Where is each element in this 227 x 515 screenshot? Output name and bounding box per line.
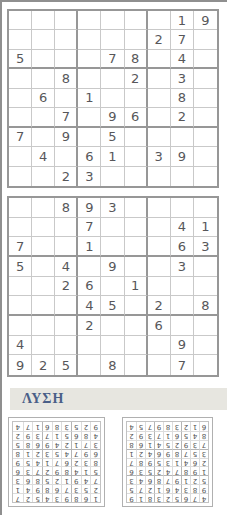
cell-r8c8: 9 [136, 431, 145, 440]
cell-r3c3 [55, 50, 78, 69]
cell-r6c6: 6 [125, 108, 148, 127]
cell-r4c3: 4 [71, 466, 81, 475]
cell-r8c5: 1 [101, 147, 124, 166]
cell-r8c2: 4 [190, 431, 199, 440]
cell-r3c1: 5 [199, 475, 208, 484]
cell-r8c4: 6 [78, 147, 101, 166]
cell-r9c7: 1 [32, 422, 42, 431]
cell-r8c7 [148, 336, 171, 356]
cell-r1c1: 4 [199, 493, 208, 502]
cell-r2c4 [78, 30, 101, 49]
cell-r9c2: 2 [32, 355, 55, 375]
cell-r8c3 [55, 336, 78, 356]
cell-r2c6: 1 [154, 484, 163, 493]
cell-r4c4 [78, 69, 101, 88]
cell-r7c3 [55, 316, 78, 336]
cell-r5c7: 4 [32, 458, 42, 467]
cell-r5c8: 8 [136, 458, 145, 467]
cell-r7c8 [171, 128, 194, 147]
cell-r9c2 [32, 167, 55, 186]
cell-r6c5: 9 [101, 108, 124, 127]
cell-r7c5 [101, 316, 124, 336]
cell-r4c7: 7 [32, 466, 42, 475]
cell-r7c4: 2 [61, 440, 71, 449]
cell-r2c9 [194, 30, 217, 49]
cell-r9c3: 2 [55, 167, 78, 186]
cell-r7c9 [194, 128, 217, 147]
cell-r2c2 [32, 218, 55, 238]
cell-r7c3: 1 [71, 440, 81, 449]
cell-r5c1 [9, 277, 32, 297]
cell-r7c5: 5 [101, 128, 124, 147]
cell-r5c8: 8 [171, 89, 194, 108]
cell-r8c1: 8 [199, 431, 208, 440]
cell-r6c4: 4 [61, 449, 71, 458]
cell-r5c2: 6 [32, 89, 55, 108]
cell-r2c1: 9 [199, 484, 208, 493]
cell-r2c4: 4 [172, 484, 181, 493]
solution-grid-top-puzzle: 4765238199834612755219786431987425362641… [122, 417, 213, 507]
cell-r5c1: 2 [199, 458, 208, 467]
cell-r7c2 [32, 128, 55, 147]
cell-r8c6 [125, 147, 148, 166]
cell-r1c1 [9, 198, 32, 218]
cell-r9c8 [171, 167, 194, 186]
cell-r1c5: 2 [163, 493, 172, 502]
cell-r7c6: 4 [154, 440, 163, 449]
cell-r4c2 [32, 257, 55, 277]
cell-r2c9: 5 [127, 484, 136, 493]
cell-r1c4: 5 [172, 493, 181, 502]
cell-r9c5 [101, 167, 124, 186]
cell-r7c8: 6 [136, 440, 145, 449]
cell-r7c1: 3 [90, 440, 100, 449]
solutions-title: ΛΥΣΗ [22, 391, 64, 407]
cell-r4c8: 3 [136, 466, 145, 475]
cell-r8c8: 9 [171, 336, 194, 356]
cell-r6c4 [78, 108, 101, 127]
cell-r9c5: 8 [52, 422, 62, 431]
cell-r1c9 [194, 198, 217, 218]
cell-r6c7 [148, 108, 171, 127]
cell-r9c8: 7 [171, 355, 194, 375]
cell-r4c1: 1 [199, 466, 208, 475]
cell-r5c6: 1 [42, 458, 52, 467]
cell-r4c6: 2 [154, 466, 163, 475]
cell-r9c4 [78, 355, 101, 375]
cell-r7c5: 5 [163, 440, 172, 449]
cell-r2c8: 4 [171, 218, 194, 238]
cell-r2c2: 8 [190, 484, 199, 493]
cell-r9c9 [194, 167, 217, 186]
cell-r3c1: 7 [90, 475, 100, 484]
cell-r4c5: 4 [163, 466, 172, 475]
cell-r2c4: 7 [78, 218, 101, 238]
cell-r5c5: 3 [163, 458, 172, 467]
cell-r7c9: 5 [13, 440, 23, 449]
cell-r3c1: 5 [9, 50, 32, 69]
cell-r1c7: 5 [32, 493, 42, 502]
cell-r1c2 [32, 11, 55, 30]
cell-r4c9: 6 [127, 466, 136, 475]
cell-r3c7 [148, 237, 171, 257]
cell-r2c3 [55, 30, 78, 49]
cell-r8c8: 9 [171, 147, 194, 166]
cell-r1c6: 3 [154, 493, 163, 502]
cell-r2c1 [9, 30, 32, 49]
cell-r9c8: 7 [23, 422, 33, 431]
cell-r3c5: 2 [52, 475, 62, 484]
cell-r3c6: 8 [154, 475, 163, 484]
cell-r3c6: 8 [125, 50, 148, 69]
cell-r8c4: 6 [172, 431, 181, 440]
cell-r5c9 [194, 89, 217, 108]
cell-r7c9: 8 [127, 440, 136, 449]
cell-r3c5: 7 [163, 475, 172, 484]
cell-r5c9 [194, 277, 217, 297]
cell-r3c5: 7 [101, 50, 124, 69]
cell-r5c8 [171, 277, 194, 297]
cell-r1c5: 3 [52, 493, 62, 502]
cell-r2c5 [101, 30, 124, 49]
cell-r5c7: 9 [145, 458, 154, 467]
cell-r3c9: 3 [13, 475, 23, 484]
cell-r7c6: 9 [42, 440, 52, 449]
cell-r7c4: 2 [172, 440, 181, 449]
cell-r8c6: 7 [154, 431, 163, 440]
cell-r1c4: 9 [61, 493, 71, 502]
cell-r2c3: 3 [181, 484, 190, 493]
cell-r6c6: 3 [42, 449, 52, 458]
cell-r9c6 [125, 167, 148, 186]
cell-r7c2 [32, 316, 55, 336]
cell-r1c2: 6 [81, 493, 91, 502]
cell-r1c1: 1 [90, 493, 100, 502]
cell-r9c3: 2 [181, 422, 190, 431]
cell-r9c9 [194, 355, 217, 375]
cell-r3c7: 6 [145, 475, 154, 484]
cell-r4c4 [78, 257, 101, 277]
cell-r8c1: 4 [90, 431, 100, 440]
cell-r4c9 [194, 257, 217, 277]
cell-r5c5 [101, 89, 124, 108]
cell-r6c7: 4 [145, 449, 154, 458]
cell-r4c7 [148, 257, 171, 277]
cell-r3c9: 3 [127, 475, 136, 484]
cell-r2c3 [55, 218, 78, 238]
cell-r8c2: 4 [32, 147, 55, 166]
cell-r3c4 [78, 50, 101, 69]
cell-r3c7 [148, 50, 171, 69]
cell-r4c4: 7 [172, 466, 181, 475]
cell-r5c4: 1 [172, 458, 181, 467]
cell-r3c8: 4 [136, 475, 145, 484]
cell-r8c5 [101, 336, 124, 356]
cell-r1c9: 9 [194, 11, 217, 30]
sudoku-puzzle-bottom: 893741716354932614528264992587 [7, 196, 219, 377]
cell-r5c6 [125, 89, 148, 108]
cell-r6c6 [125, 296, 148, 316]
cell-r8c3: 6 [71, 431, 81, 440]
cell-r1c2 [32, 198, 55, 218]
cell-r9c4: 3 [78, 167, 101, 186]
cell-r8c9: 2 [13, 431, 23, 440]
cell-r4c3: 8 [55, 69, 78, 88]
cell-r2c7: 2 [148, 30, 171, 49]
cell-r3c8: 6 [23, 475, 33, 484]
cell-r4c3: 4 [55, 257, 78, 277]
cell-r9c2: 2 [81, 422, 91, 431]
cell-r7c6 [125, 316, 148, 336]
cell-r1c1 [9, 11, 32, 30]
cell-r8c7: 3 [145, 431, 154, 440]
cell-r1c6 [125, 11, 148, 30]
cell-r1c8 [171, 198, 194, 218]
cell-r1c8: 1 [136, 493, 145, 502]
cell-r5c8: 5 [23, 458, 33, 467]
cell-r5c2 [32, 277, 55, 297]
cell-r4c8: 3 [171, 257, 194, 277]
cell-r2c9: 1 [194, 218, 217, 238]
cell-r8c1 [9, 147, 32, 166]
cell-r1c6 [125, 198, 148, 218]
cell-r5c7 [148, 89, 171, 108]
cell-r1c7 [148, 198, 171, 218]
cell-r9c4: 3 [61, 422, 71, 431]
cell-r2c4: 7 [61, 484, 71, 493]
cell-r2c8: 4 [23, 484, 33, 493]
cell-r8c3 [55, 147, 78, 166]
cell-r6c9: 8 [194, 296, 217, 316]
cell-r6c5: 5 [52, 449, 62, 458]
cell-r2c6 [125, 30, 148, 49]
sudoku-puzzle-top: 1927578482361879627954613923 [7, 9, 219, 188]
cell-r1c8: 1 [171, 11, 194, 30]
cell-r2c1 [9, 218, 32, 238]
cell-r6c8 [171, 296, 194, 316]
cell-r2c7: 2 [145, 484, 154, 493]
cell-r4c6: 2 [125, 69, 148, 88]
cell-r6c5: 9 [163, 449, 172, 458]
cell-r6c1: 3 [199, 449, 208, 458]
cell-r8c5: 1 [163, 431, 172, 440]
cell-r7c7: 6 [32, 440, 42, 449]
cell-r6c2 [32, 296, 55, 316]
cell-r2c2 [32, 30, 55, 49]
cell-r5c1: 8 [90, 458, 100, 467]
cell-r4c5: 9 [52, 466, 62, 475]
cell-r1c7: 8 [145, 493, 154, 502]
cell-r9c4: 3 [172, 422, 181, 431]
cell-r5c4: 1 [78, 89, 101, 108]
cell-r8c2: 8 [81, 431, 91, 440]
cell-r5c2: 3 [81, 458, 91, 467]
solutions-header-band: ΛΥΣΗ [10, 388, 227, 410]
cell-r8c9: 2 [127, 431, 136, 440]
cell-r9c3: 5 [55, 355, 78, 375]
cell-r1c3 [55, 11, 78, 30]
cell-r2c9: 1 [13, 484, 23, 493]
cell-r5c4: 6 [61, 458, 71, 467]
cell-r2c2: 5 [81, 484, 91, 493]
cell-r6c6: 6 [154, 449, 163, 458]
cell-r9c1: 6 [199, 422, 208, 431]
cell-r2c7: 9 [32, 484, 42, 493]
cell-r4c5: 9 [101, 257, 124, 277]
solution-grid-top-puzzle-cells: 4765238199834612755219786431987425362641… [126, 421, 209, 503]
cell-r9c1: 9 [90, 422, 100, 431]
cell-r5c9: 7 [127, 458, 136, 467]
cell-r9c6 [125, 355, 148, 375]
cell-r2c1: 2 [90, 484, 100, 493]
cell-r4c7 [148, 69, 171, 88]
cell-r5c7 [148, 277, 171, 297]
cell-r6c3: 7 [55, 108, 78, 127]
cell-r6c3: 7 [71, 449, 81, 458]
cell-r1c3: 8 [55, 198, 78, 218]
cell-r7c8 [171, 316, 194, 336]
cell-r6c4: 8 [172, 449, 181, 458]
cell-r7c9 [194, 316, 217, 336]
cell-r7c3: 9 [55, 128, 78, 147]
cell-r5c3 [55, 89, 78, 108]
cell-r7c8: 8 [23, 440, 33, 449]
cell-r6c3 [55, 296, 78, 316]
cell-r7c2: 7 [81, 440, 91, 449]
cell-r4c2: 1 [81, 466, 91, 475]
cell-r4c3: 8 [181, 466, 190, 475]
cell-r2c5: 6 [163, 484, 172, 493]
cell-r5c3: 2 [71, 458, 81, 467]
cell-r7c7: 6 [148, 316, 171, 336]
cell-r9c1: 9 [9, 355, 32, 375]
cell-r9c7 [148, 167, 171, 186]
cell-r3c5 [101, 237, 124, 257]
cell-r5c1 [9, 89, 32, 108]
cell-r1c9: 7 [13, 493, 23, 502]
cell-r4c4: 8 [61, 466, 71, 475]
cell-r4c2: 9 [190, 466, 199, 475]
cell-r3c9: 3 [194, 237, 217, 257]
cell-r3c2: 4 [81, 475, 91, 484]
cell-r5c5 [101, 277, 124, 297]
cell-r2c6 [125, 218, 148, 238]
cell-r6c2 [32, 108, 55, 127]
cell-r2c5: 6 [52, 484, 62, 493]
cell-r9c1 [9, 167, 32, 186]
cell-r3c6: 5 [42, 475, 52, 484]
cell-r6c1: 6 [90, 449, 100, 458]
cell-r7c1: 7 [9, 128, 32, 147]
cell-r1c5: 3 [101, 198, 124, 218]
cell-r3c3: 9 [71, 475, 81, 484]
cell-r4c8: 3 [23, 466, 33, 475]
cell-r4c1: 5 [90, 466, 100, 475]
cell-r3c2 [32, 50, 55, 69]
cell-r9c2: 1 [190, 422, 199, 431]
cell-r4c1: 5 [9, 257, 32, 277]
cell-r9c6: 6 [42, 422, 52, 431]
cell-r6c7: 2 [148, 296, 171, 316]
cell-r7c1: 7 [199, 440, 208, 449]
cell-r9c5: 8 [101, 355, 124, 375]
cell-r8c1: 4 [9, 336, 32, 356]
cell-r4c5 [101, 69, 124, 88]
cell-r4c6: 2 [42, 466, 52, 475]
cell-r6c1 [9, 108, 32, 127]
cell-r7c1 [9, 316, 32, 336]
cell-r1c3: 8 [71, 493, 81, 502]
cell-r5c9: 9 [13, 458, 23, 467]
cell-r6c2: 9 [81, 449, 91, 458]
cell-r6c3: 7 [181, 449, 190, 458]
cell-r5c3: 4 [181, 458, 190, 467]
cell-r6c8: 2 [171, 108, 194, 127]
cell-r5c6: 1 [125, 277, 148, 297]
cell-r8c6 [125, 336, 148, 356]
cell-r4c2 [32, 69, 55, 88]
cell-r1c2: 7 [190, 493, 199, 502]
cell-r7c7 [148, 128, 171, 147]
cell-r3c2 [32, 237, 55, 257]
cell-r8c9 [194, 147, 217, 166]
cell-r9c3: 5 [71, 422, 81, 431]
cell-r5c5: 7 [52, 458, 62, 467]
cell-r3c4: 1 [61, 475, 71, 484]
cell-r2c5 [101, 218, 124, 238]
cell-r2c7 [148, 218, 171, 238]
cell-r3c4: 1 [78, 237, 101, 257]
cell-r8c7: 3 [32, 431, 42, 440]
cell-r4c6 [125, 257, 148, 277]
cell-r6c9: 8 [13, 449, 23, 458]
cell-r9c6: 9 [154, 422, 163, 431]
cell-r9c7 [148, 355, 171, 375]
cell-r6c9: 1 [127, 449, 136, 458]
cell-r3c8: 6 [171, 237, 194, 257]
cell-r7c3: 9 [181, 440, 190, 449]
cell-r9c7: 7 [145, 422, 154, 431]
cell-r8c2 [32, 336, 55, 356]
cell-r2c3: 3 [71, 484, 81, 493]
cell-r2c8: 7 [171, 30, 194, 49]
cell-r9c9: 4 [127, 422, 136, 431]
cell-r1c9: 9 [127, 493, 136, 502]
cell-r7c4 [78, 128, 101, 147]
solution-grid-bottom-puzzle: 1689345272537689417491258635148927368326… [8, 417, 105, 507]
cell-r2c8: 7 [136, 484, 145, 493]
cell-r8c6: 7 [42, 431, 52, 440]
cell-r3c9 [194, 50, 217, 69]
cell-r2c6: 8 [42, 484, 52, 493]
cell-r4c9 [194, 69, 217, 88]
cell-r6c1 [9, 296, 32, 316]
cell-r4c1 [9, 69, 32, 88]
cell-r6c5: 5 [101, 296, 124, 316]
cell-r7c7: 1 [145, 440, 154, 449]
cell-r9c8: 5 [136, 422, 145, 431]
cell-r8c4 [78, 336, 101, 356]
cell-r6c2: 5 [190, 449, 199, 458]
cell-r3c6 [125, 237, 148, 257]
page-top-border [0, 0, 227, 2]
cell-r4c9: 6 [13, 466, 23, 475]
cell-r1c4: 9 [78, 198, 101, 218]
cell-r8c9 [194, 336, 217, 356]
cell-r5c4: 6 [78, 277, 101, 297]
cell-r1c3: 6 [181, 493, 190, 502]
cell-r7c2: 3 [190, 440, 199, 449]
